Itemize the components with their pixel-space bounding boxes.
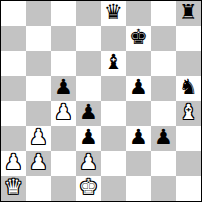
square-h2[interactable] bbox=[176, 151, 201, 176]
square-e6[interactable]: ♝ bbox=[101, 51, 126, 76]
chess-board: ♛♜♚♝♟♟♞♟♟♝♟♟♟♟♟♟♟♛♚ bbox=[0, 0, 202, 202]
square-c2[interactable] bbox=[51, 151, 76, 176]
square-d5[interactable] bbox=[76, 76, 101, 101]
black-king: ♚ bbox=[129, 25, 148, 50]
square-d4[interactable]: ♟ bbox=[76, 101, 101, 126]
square-f4[interactable] bbox=[126, 101, 151, 126]
black-pawn: ♟ bbox=[79, 100, 98, 125]
square-h3[interactable] bbox=[176, 126, 201, 151]
square-g4[interactable] bbox=[151, 101, 176, 126]
square-b6[interactable] bbox=[26, 51, 51, 76]
square-f2[interactable] bbox=[126, 151, 151, 176]
square-a6[interactable] bbox=[1, 51, 26, 76]
square-a1[interactable]: ♛ bbox=[1, 176, 26, 201]
square-g5[interactable] bbox=[151, 76, 176, 101]
square-f1[interactable] bbox=[126, 176, 151, 201]
white-pawn: ♟ bbox=[54, 100, 73, 125]
square-c5[interactable]: ♟ bbox=[51, 76, 76, 101]
square-c3[interactable] bbox=[51, 126, 76, 151]
square-e3[interactable] bbox=[101, 126, 126, 151]
square-f3[interactable]: ♟ bbox=[126, 126, 151, 151]
square-h7[interactable] bbox=[176, 26, 201, 51]
square-c7[interactable] bbox=[51, 26, 76, 51]
square-d6[interactable] bbox=[76, 51, 101, 76]
square-d7[interactable] bbox=[76, 26, 101, 51]
square-e2[interactable] bbox=[101, 151, 126, 176]
square-b7[interactable] bbox=[26, 26, 51, 51]
square-a2[interactable]: ♟ bbox=[1, 151, 26, 176]
square-f6[interactable] bbox=[126, 51, 151, 76]
white-pawn: ♟ bbox=[79, 150, 98, 175]
square-d1[interactable]: ♚ bbox=[76, 176, 101, 201]
square-e5[interactable] bbox=[101, 76, 126, 101]
square-g6[interactable] bbox=[151, 51, 176, 76]
white-pawn: ♟ bbox=[29, 125, 48, 150]
square-a4[interactable] bbox=[1, 101, 26, 126]
square-c4[interactable]: ♟ bbox=[51, 101, 76, 126]
square-g1[interactable] bbox=[151, 176, 176, 201]
square-h8[interactable]: ♜ bbox=[176, 1, 201, 26]
square-d3[interactable]: ♟ bbox=[76, 126, 101, 151]
white-pawn: ♟ bbox=[29, 150, 48, 175]
black-pawn: ♟ bbox=[154, 125, 173, 150]
square-b2[interactable]: ♟ bbox=[26, 151, 51, 176]
square-g2[interactable] bbox=[151, 151, 176, 176]
square-g8[interactable] bbox=[151, 1, 176, 26]
square-h1[interactable] bbox=[176, 176, 201, 201]
black-pawn: ♟ bbox=[129, 75, 148, 100]
square-e7[interactable] bbox=[101, 26, 126, 51]
square-h5[interactable]: ♞ bbox=[176, 76, 201, 101]
square-a8[interactable] bbox=[1, 1, 26, 26]
square-d2[interactable]: ♟ bbox=[76, 151, 101, 176]
square-a7[interactable] bbox=[1, 26, 26, 51]
square-b5[interactable] bbox=[26, 76, 51, 101]
black-pawn: ♟ bbox=[79, 125, 98, 150]
square-d8[interactable] bbox=[76, 1, 101, 26]
square-e4[interactable] bbox=[101, 101, 126, 126]
black-rook: ♜ bbox=[179, 0, 198, 25]
black-pawn: ♟ bbox=[54, 75, 73, 100]
white-king: ♚ bbox=[79, 175, 98, 200]
square-g7[interactable] bbox=[151, 26, 176, 51]
white-bishop: ♝ bbox=[179, 100, 198, 125]
square-e8[interactable]: ♛ bbox=[101, 1, 126, 26]
black-queen: ♛ bbox=[104, 0, 123, 25]
white-queen: ♛ bbox=[4, 175, 23, 200]
square-f5[interactable]: ♟ bbox=[126, 76, 151, 101]
black-bishop: ♝ bbox=[104, 50, 123, 75]
square-b3[interactable]: ♟ bbox=[26, 126, 51, 151]
square-c8[interactable] bbox=[51, 1, 76, 26]
square-e1[interactable] bbox=[101, 176, 126, 201]
square-c1[interactable] bbox=[51, 176, 76, 201]
square-b4[interactable] bbox=[26, 101, 51, 126]
black-pawn: ♟ bbox=[129, 125, 148, 150]
square-g3[interactable]: ♟ bbox=[151, 126, 176, 151]
square-c6[interactable] bbox=[51, 51, 76, 76]
square-f8[interactable] bbox=[126, 1, 151, 26]
white-pawn: ♟ bbox=[4, 150, 23, 175]
square-b8[interactable] bbox=[26, 1, 51, 26]
black-knight: ♞ bbox=[179, 75, 198, 100]
square-a3[interactable] bbox=[1, 126, 26, 151]
square-h6[interactable] bbox=[176, 51, 201, 76]
square-a5[interactable] bbox=[1, 76, 26, 101]
square-b1[interactable] bbox=[26, 176, 51, 201]
square-f7[interactable]: ♚ bbox=[126, 26, 151, 51]
square-h4[interactable]: ♝ bbox=[176, 101, 201, 126]
